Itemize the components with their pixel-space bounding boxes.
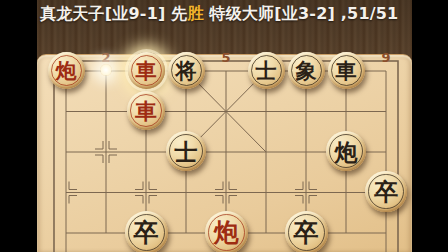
red-player-and-result: 真龙天子[业9-1] 先 [40, 4, 188, 23]
piece-character: 卒 [294, 220, 319, 245]
match-title: 真龙天子[业9-1] 先胜 特级大师[业3-2] ,51/51 [40, 4, 410, 26]
last-move-origin-marker [100, 64, 112, 76]
piece-character: 炮 [214, 220, 239, 245]
piece-black-soldier[interactable]: 卒 [125, 211, 168, 252]
letterbox-right [412, 0, 448, 252]
piece-black-cannon[interactable]: 炮 [326, 131, 366, 171]
piece-character: 炮 [335, 140, 358, 163]
piece-character: 将 [176, 60, 197, 81]
piece-character: 象 [296, 60, 317, 81]
letterbox-left [0, 0, 37, 252]
piece-character: 車 [136, 60, 157, 81]
piece-black-soldier[interactable]: 卒 [285, 211, 328, 252]
board-area: 真龙天子[业9-1] 先胜 特级大师[业3-2] ,51/51 [37, 0, 412, 252]
piece-character: 車 [336, 60, 357, 81]
piece-character: 車 [135, 100, 157, 122]
file-label-9: 9 [376, 50, 396, 66]
piece-black-advisor[interactable]: 士 [166, 131, 206, 171]
piece-character: 士 [175, 140, 198, 163]
piece-red-cannon[interactable]: 炮 [48, 52, 85, 89]
piece-black-elephant[interactable]: 象 [288, 52, 325, 89]
piece-red-cannon[interactable]: 炮 [205, 211, 248, 252]
black-player-and-counter: 特级大师[业3-2] ,51/51 [204, 4, 399, 23]
piece-black-general[interactable]: 将 [168, 52, 205, 89]
file-label-5: 5 [216, 50, 236, 66]
game-screen: 真龙天子[业9-1] 先胜 特级大师[业3-2] ,51/51 [0, 0, 448, 252]
win-character: 胜 [188, 4, 204, 23]
piece-character: 卒 [134, 220, 159, 245]
piece-character: 士 [256, 60, 277, 81]
piece-character: 卒 [374, 180, 398, 204]
piece-character: 炮 [56, 60, 77, 81]
piece-red-chariot[interactable]: 車 [127, 91, 166, 130]
piece-black-advisor[interactable]: 士 [248, 52, 285, 89]
piece-red-chariot[interactable]: 車 [128, 52, 165, 89]
piece-black-soldier[interactable]: 卒 [365, 171, 407, 213]
piece-black-chariot[interactable]: 車 [328, 52, 365, 89]
